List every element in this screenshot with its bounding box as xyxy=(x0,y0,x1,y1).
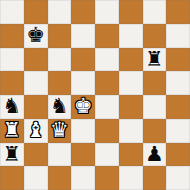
square-c4[interactable]: ♞ xyxy=(48,95,72,119)
chess-board: ♚♜♞♞♚♜♝♛♜♟ xyxy=(0,0,190,190)
square-h7[interactable] xyxy=(166,24,190,48)
square-f7[interactable] xyxy=(119,24,143,48)
square-b4[interactable] xyxy=(24,95,48,119)
black-pawn-g2[interactable]: ♟ xyxy=(145,143,164,167)
square-e6[interactable] xyxy=(95,48,119,72)
square-d4[interactable]: ♚ xyxy=(71,95,95,119)
square-h4[interactable] xyxy=(166,95,190,119)
square-c3[interactable]: ♛ xyxy=(48,119,72,143)
square-g5[interactable] xyxy=(143,71,167,95)
square-d8[interactable] xyxy=(71,0,95,24)
square-e2[interactable] xyxy=(95,143,119,167)
square-b7[interactable]: ♚ xyxy=(24,24,48,48)
white-bishop-b3[interactable]: ♝ xyxy=(26,119,45,143)
square-f6[interactable] xyxy=(119,48,143,72)
square-g6[interactable]: ♜ xyxy=(143,48,167,72)
square-a7[interactable] xyxy=(0,24,24,48)
square-h8[interactable] xyxy=(166,0,190,24)
square-h1[interactable] xyxy=(166,166,190,190)
square-b5[interactable] xyxy=(24,71,48,95)
square-h5[interactable] xyxy=(166,71,190,95)
square-h6[interactable] xyxy=(166,48,190,72)
square-d5[interactable] xyxy=(71,71,95,95)
square-c1[interactable] xyxy=(48,166,72,190)
square-a3[interactable]: ♜ xyxy=(0,119,24,143)
square-e7[interactable] xyxy=(95,24,119,48)
square-e3[interactable] xyxy=(95,119,119,143)
square-c5[interactable] xyxy=(48,71,72,95)
white-queen-c3[interactable]: ♛ xyxy=(50,119,69,143)
square-d3[interactable] xyxy=(71,119,95,143)
square-f3[interactable] xyxy=(119,119,143,143)
square-b8[interactable] xyxy=(24,0,48,24)
square-g8[interactable] xyxy=(143,0,167,24)
square-d2[interactable] xyxy=(71,143,95,167)
square-c7[interactable] xyxy=(48,24,72,48)
square-a6[interactable] xyxy=(0,48,24,72)
square-a8[interactable] xyxy=(0,0,24,24)
square-f8[interactable] xyxy=(119,0,143,24)
square-b2[interactable] xyxy=(24,143,48,167)
square-d6[interactable] xyxy=(71,48,95,72)
square-b6[interactable] xyxy=(24,48,48,72)
square-f5[interactable] xyxy=(119,71,143,95)
square-c2[interactable] xyxy=(48,143,72,167)
square-c6[interactable] xyxy=(48,48,72,72)
square-g3[interactable] xyxy=(143,119,167,143)
square-g2[interactable]: ♟ xyxy=(143,143,167,167)
square-d7[interactable] xyxy=(71,24,95,48)
square-b3[interactable]: ♝ xyxy=(24,119,48,143)
square-c8[interactable] xyxy=(48,0,72,24)
white-rook-a3[interactable]: ♜ xyxy=(2,119,21,143)
square-d1[interactable] xyxy=(71,166,95,190)
square-a4[interactable]: ♞ xyxy=(0,95,24,119)
square-h2[interactable] xyxy=(166,143,190,167)
square-a2[interactable]: ♜ xyxy=(0,143,24,167)
square-a5[interactable] xyxy=(0,71,24,95)
black-rook-a2[interactable]: ♜ xyxy=(2,143,21,167)
black-knight-a4[interactable]: ♞ xyxy=(2,95,21,119)
square-g7[interactable] xyxy=(143,24,167,48)
square-a1[interactable] xyxy=(0,166,24,190)
square-e5[interactable] xyxy=(95,71,119,95)
square-e1[interactable] xyxy=(95,166,119,190)
square-e4[interactable] xyxy=(95,95,119,119)
square-b1[interactable] xyxy=(24,166,48,190)
square-f2[interactable] xyxy=(119,143,143,167)
square-f1[interactable] xyxy=(119,166,143,190)
black-king-b7[interactable]: ♚ xyxy=(26,24,45,48)
square-g4[interactable] xyxy=(143,95,167,119)
chess-board-container: ♚♜♞♞♚♜♝♛♜♟ xyxy=(0,0,190,190)
square-h3[interactable] xyxy=(166,119,190,143)
black-rook-g6[interactable]: ♜ xyxy=(145,48,164,72)
square-e8[interactable] xyxy=(95,0,119,24)
square-g1[interactable] xyxy=(143,166,167,190)
square-f4[interactable] xyxy=(119,95,143,119)
white-king-d4[interactable]: ♚ xyxy=(74,95,93,119)
black-knight-c4[interactable]: ♞ xyxy=(50,95,69,119)
